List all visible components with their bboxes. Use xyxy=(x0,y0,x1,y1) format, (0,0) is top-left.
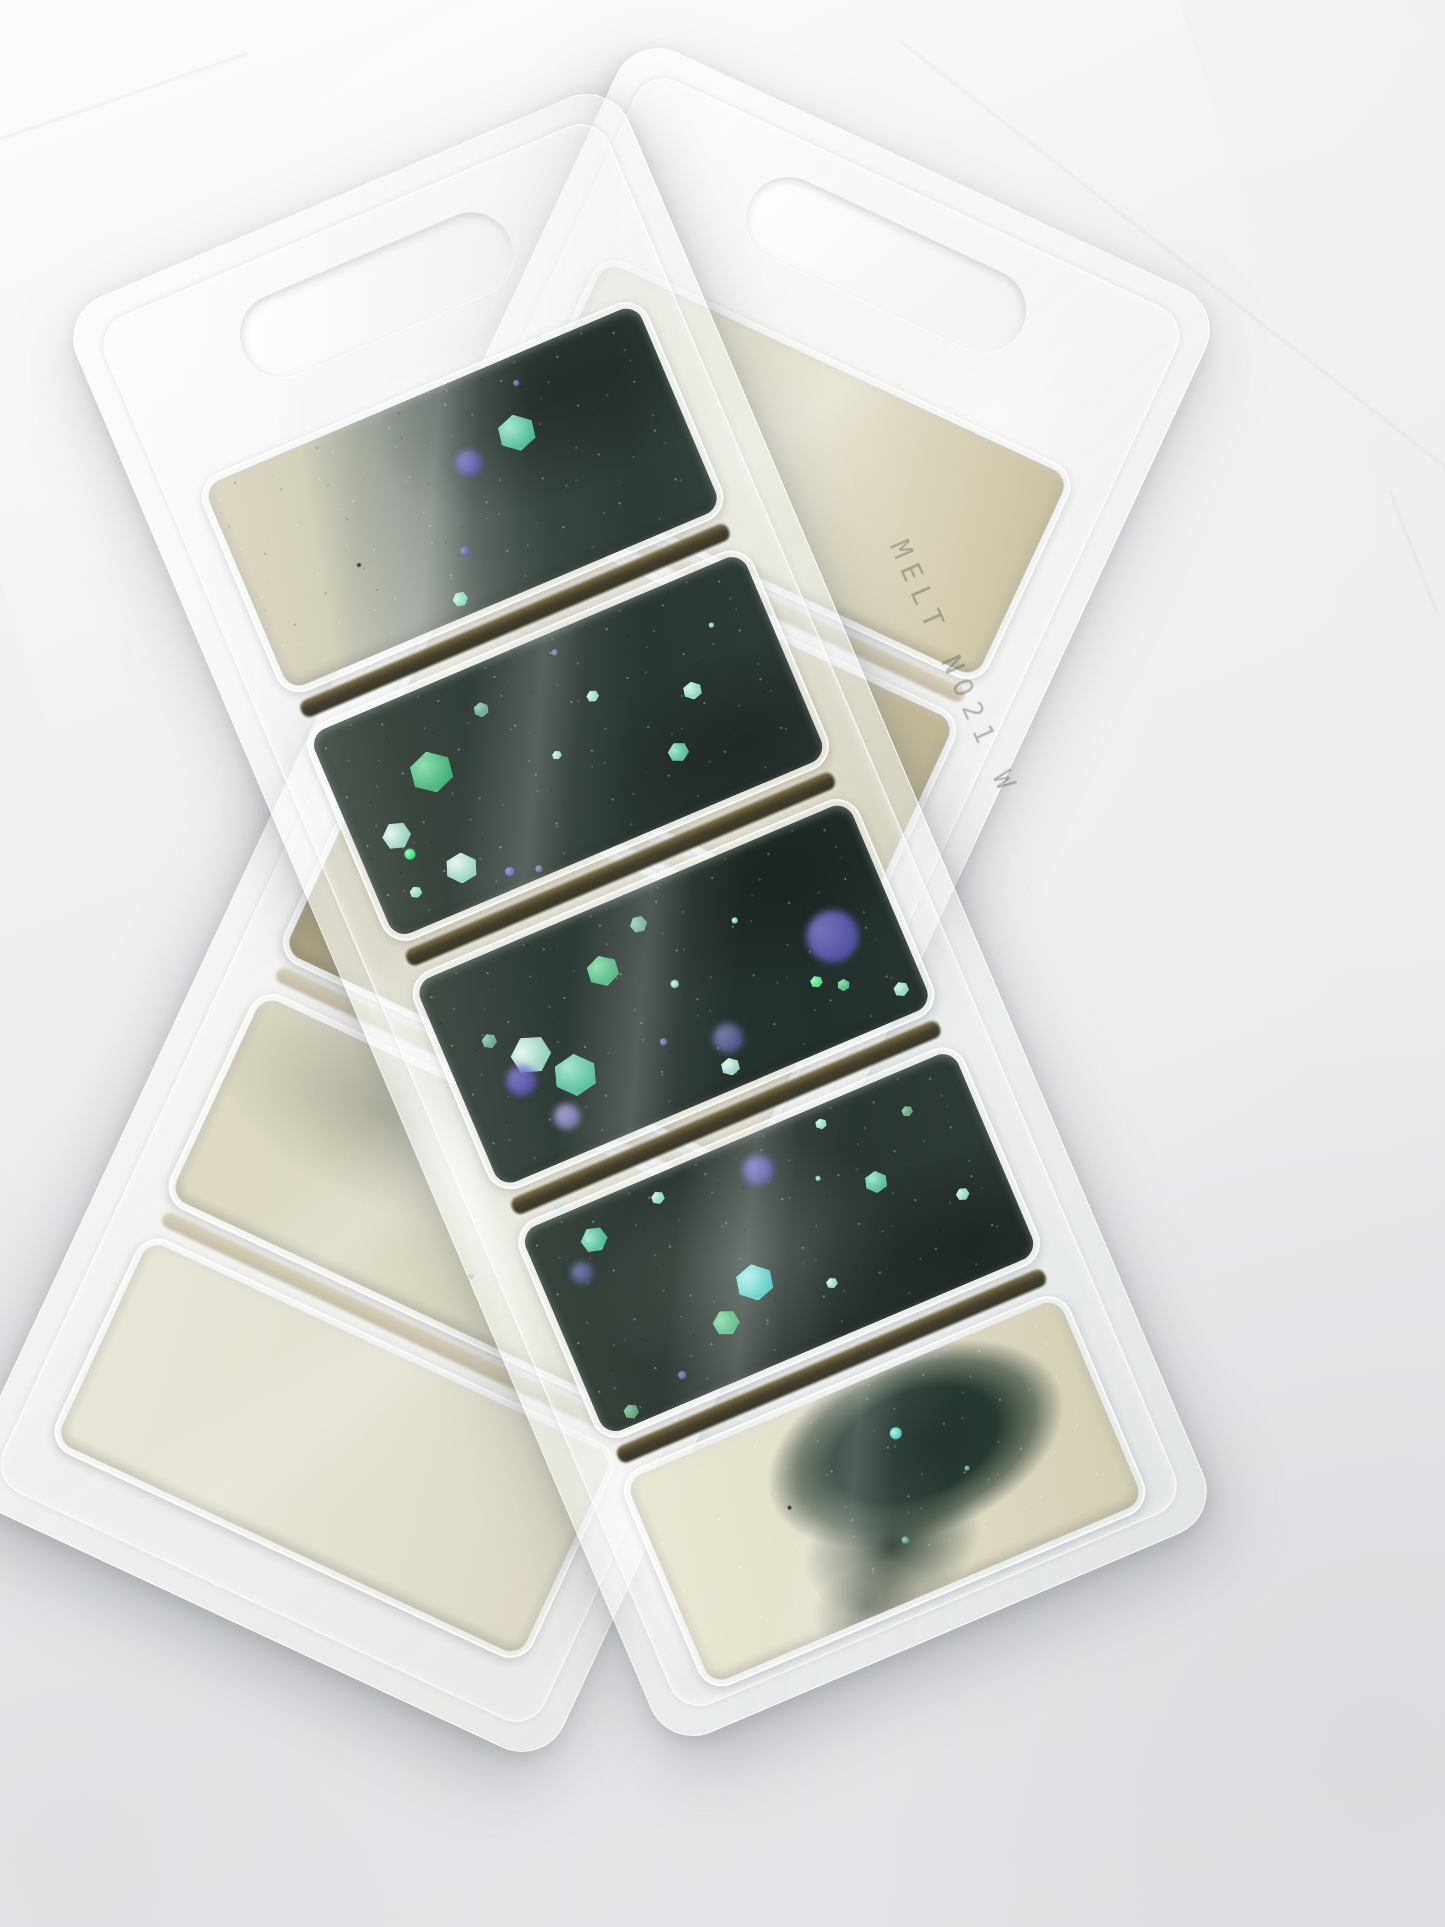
glitter-hex xyxy=(891,979,912,999)
glitter-hex xyxy=(681,680,704,701)
glitter-hex xyxy=(664,738,693,766)
glitter-dot xyxy=(549,946,556,953)
glitter-hex xyxy=(627,912,652,937)
glitter-dot xyxy=(356,563,361,568)
glitter-hex xyxy=(449,589,471,611)
glitter-hex xyxy=(718,1056,742,1078)
glitter-dot xyxy=(669,979,679,989)
glitter-dot xyxy=(888,1426,904,1442)
glitter-hex xyxy=(584,688,601,705)
glitter-hex xyxy=(708,1305,745,1342)
glitter-dot xyxy=(815,1175,822,1182)
glitter-hex xyxy=(493,410,540,455)
glitter-dot xyxy=(459,545,472,558)
glitter-hex xyxy=(479,1031,500,1051)
glitter-hex xyxy=(621,1402,642,1422)
glitter-blob xyxy=(502,1061,541,1100)
glitter-hex xyxy=(813,1117,827,1130)
glitter-dot xyxy=(964,1465,971,1472)
glitter-blob xyxy=(708,1019,747,1058)
glitter-dot xyxy=(659,1037,668,1046)
glitter-hex xyxy=(408,884,425,900)
glitter-hex xyxy=(899,1104,914,1119)
glitter-blob xyxy=(739,1150,778,1189)
glitter-hex xyxy=(582,951,624,991)
glitter-dot xyxy=(901,1536,910,1545)
glitter-hex xyxy=(376,815,417,855)
glitter-hex xyxy=(808,974,825,990)
glitter-dot xyxy=(677,1370,687,1380)
glitter-hex xyxy=(550,749,563,761)
glitter-hex xyxy=(472,701,490,718)
glitter-dot xyxy=(403,847,417,861)
glitter-dot xyxy=(730,916,738,924)
glitter-dot xyxy=(708,621,715,628)
glitter-blob xyxy=(550,1099,584,1133)
glitter-hex xyxy=(953,1184,972,1203)
glitter-dot xyxy=(550,649,558,657)
glitter-hex xyxy=(404,746,459,798)
glitter-hex xyxy=(863,1170,890,1195)
glitter-dot xyxy=(534,864,543,873)
glitter-hex xyxy=(732,1260,778,1304)
glitter-hex xyxy=(649,1189,667,1206)
glitter-dot xyxy=(512,379,520,387)
glitter-hex xyxy=(444,852,480,885)
glitter-dot xyxy=(787,1505,792,1510)
glitter-dot xyxy=(503,866,515,878)
scene: MELT NO21 W xyxy=(0,0,1445,1927)
glitter-hex xyxy=(550,1052,599,1098)
glitter-hex xyxy=(824,1276,839,1291)
glitter-hex xyxy=(575,1221,613,1259)
glitter-blob xyxy=(568,1259,597,1288)
glitter-blob xyxy=(452,446,486,480)
glitter-blob xyxy=(799,902,867,970)
glitter-hex xyxy=(837,979,850,991)
glitter-hex xyxy=(503,1027,559,1083)
